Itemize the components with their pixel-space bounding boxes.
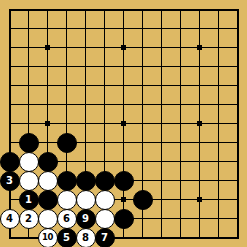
- grid-line-vertical: [218, 171, 219, 190]
- grid-line-vertical: [237, 76, 239, 95]
- intersection-c1r4[interactable]: [0, 57, 19, 76]
- grid-line-vertical: [237, 171, 239, 190]
- intersection-c13r6[interactable]: [228, 95, 247, 114]
- intersection-c6r3[interactable]: [95, 38, 114, 57]
- grid-line-vertical: [180, 19, 181, 38]
- move-number-label: 3: [6, 176, 13, 186]
- white-stone: [19, 152, 39, 172]
- intersection-c6r5[interactable]: [95, 76, 114, 95]
- intersection-c2r8[interactable]: [19, 133, 38, 152]
- white-stone: [95, 209, 115, 229]
- intersection-c10r7[interactable]: [171, 114, 190, 133]
- intersection-c8r13[interactable]: [133, 228, 152, 247]
- intersection-c8r8[interactable]: [133, 133, 152, 152]
- intersection-c5r1[interactable]: [76, 0, 95, 19]
- grid-line-vertical: [123, 152, 124, 171]
- intersection-c6r12[interactable]: [95, 209, 114, 228]
- star-point: [197, 121, 202, 126]
- grid-line-vertical: [85, 133, 86, 152]
- intersection-c1r12[interactable]: 4: [0, 209, 19, 228]
- intersection-c9r11[interactable]: [152, 190, 171, 209]
- grid-line-vertical: [180, 76, 181, 95]
- intersection-c5r13[interactable]: 8: [76, 228, 95, 247]
- grid-line-vertical: [199, 152, 200, 171]
- intersection-c1r7[interactable]: [0, 114, 19, 133]
- grid-line-vertical: [9, 9, 11, 19]
- intersection-c5r8[interactable]: [76, 133, 95, 152]
- intersection-c3r10[interactable]: [38, 171, 57, 190]
- intersection-c4r4[interactable]: [57, 57, 76, 76]
- intersection-c3r1[interactable]: [38, 0, 57, 19]
- grid-line-vertical: [218, 38, 219, 57]
- intersection-c13r9[interactable]: [228, 152, 247, 171]
- intersection-c10r9[interactable]: [171, 152, 190, 171]
- grid-line-vertical: [9, 190, 11, 209]
- grid-line-vertical: [47, 57, 48, 76]
- intersection-c3r7[interactable]: [38, 114, 57, 133]
- star-point: [197, 45, 202, 50]
- black-stone: [38, 152, 58, 172]
- black-stone: [76, 171, 96, 191]
- move-number-label: 1: [25, 195, 32, 205]
- grid-line-vertical: [218, 209, 219, 228]
- grid-line-vertical: [180, 171, 181, 190]
- intersection-c11r12[interactable]: [190, 209, 209, 228]
- grid-line-vertical: [180, 133, 181, 152]
- intersection-c4r12[interactable]: 6: [57, 209, 76, 228]
- grid-line-vertical: [180, 209, 181, 228]
- black-stone: 5: [57, 228, 77, 247]
- intersection-c4r6[interactable]: [57, 95, 76, 114]
- intersection-c4r5[interactable]: [57, 76, 76, 95]
- black-stone: [38, 190, 58, 210]
- intersection-c9r9[interactable]: [152, 152, 171, 171]
- grid-line-vertical: [218, 76, 219, 95]
- intersection-c8r3[interactable]: [133, 38, 152, 57]
- grid-line-vertical: [180, 38, 181, 57]
- intersection-c8r2[interactable]: [133, 19, 152, 38]
- intersection-c7r13[interactable]: [114, 228, 133, 247]
- grid-line-vertical: [66, 114, 67, 133]
- intersection-c11r4[interactable]: [190, 57, 209, 76]
- intersection-c5r12[interactable]: 9: [76, 209, 95, 228]
- grid-line-vertical: [218, 133, 219, 152]
- grid-line-vertical: [142, 57, 143, 76]
- black-stone: [114, 171, 134, 191]
- grid-line-vertical: [180, 152, 181, 171]
- intersection-c8r6[interactable]: [133, 95, 152, 114]
- intersection-c7r10[interactable]: [114, 171, 133, 190]
- grid-line-vertical: [123, 76, 124, 95]
- grid-line-vertical: [237, 9, 239, 19]
- white-stone: [19, 171, 39, 191]
- grid-line-vertical: [85, 38, 86, 57]
- grid-line-vertical: [161, 133, 162, 152]
- grid-line-vertical: [123, 95, 124, 114]
- white-stone: 4: [0, 209, 20, 229]
- intersection-c12r2[interactable]: [209, 19, 228, 38]
- intersection-c7r2[interactable]: [114, 19, 133, 38]
- intersection-c13r3[interactable]: [228, 38, 247, 57]
- intersection-c2r6[interactable]: [19, 95, 38, 114]
- grid-line-vertical: [28, 95, 29, 114]
- grid-line-vertical: [28, 114, 29, 133]
- intersection-c1r11[interactable]: [0, 190, 19, 209]
- intersection-c13r12[interactable]: [228, 209, 247, 228]
- intersection-c1r8[interactable]: [0, 133, 19, 152]
- intersection-c13r2[interactable]: [228, 19, 247, 38]
- grid-line-vertical: [142, 38, 143, 57]
- grid-line-vertical: [237, 228, 239, 239]
- grid-line-vertical: [104, 76, 105, 95]
- star-point: [121, 197, 126, 202]
- grid-line-vertical: [104, 57, 105, 76]
- grid-line-vertical: [161, 114, 162, 133]
- intersection-c13r8[interactable]: [228, 133, 247, 152]
- grid-line-vertical: [161, 57, 162, 76]
- intersection-c4r9[interactable]: [57, 152, 76, 171]
- grid-line-vertical: [218, 228, 219, 239]
- grid-line-vertical: [104, 38, 105, 57]
- intersection-c7r9[interactable]: [114, 152, 133, 171]
- intersection-c10r10[interactable]: [171, 171, 190, 190]
- intersection-c6r6[interactable]: [95, 95, 114, 114]
- grid-line-vertical: [9, 19, 11, 38]
- intersection-c11r8[interactable]: [190, 133, 209, 152]
- grid-line-vertical: [123, 57, 124, 76]
- grid-line-vertical: [47, 95, 48, 114]
- intersection-c2r1[interactable]: [19, 0, 38, 19]
- intersection-c6r9[interactable]: [95, 152, 114, 171]
- intersection-c6r8[interactable]: [95, 133, 114, 152]
- intersection-c10r12[interactable]: [171, 209, 190, 228]
- intersection-c11r11[interactable]: [190, 190, 209, 209]
- intersection-c5r5[interactable]: [76, 76, 95, 95]
- grid-line-vertical: [142, 76, 143, 95]
- move-number-label: 6: [63, 214, 70, 224]
- black-stone: [114, 209, 134, 229]
- grid-line-vertical: [199, 133, 200, 152]
- intersection-c9r5[interactable]: [152, 76, 171, 95]
- intersection-c1r2[interactable]: [0, 19, 19, 38]
- intersection-c3r11[interactable]: [38, 190, 57, 209]
- intersection-c4r2[interactable]: [57, 19, 76, 38]
- grid-line-vertical: [199, 19, 200, 38]
- intersection-c9r2[interactable]: [152, 19, 171, 38]
- grid-line-vertical: [9, 133, 11, 152]
- intersection-c5r9[interactable]: [76, 152, 95, 171]
- grid-line-vertical: [123, 9, 124, 19]
- intersection-c11r9[interactable]: [190, 152, 209, 171]
- intersection-c8r5[interactable]: [133, 76, 152, 95]
- intersection-c8r12[interactable]: [133, 209, 152, 228]
- intersection-c12r7[interactable]: [209, 114, 228, 133]
- intersection-c5r4[interactable]: [76, 57, 95, 76]
- grid-line-vertical: [9, 95, 11, 114]
- move-number-label: 9: [82, 214, 89, 224]
- star-point: [121, 121, 126, 126]
- intersection-c10r13[interactable]: [171, 228, 190, 247]
- intersection-c7r11[interactable]: [114, 190, 133, 209]
- grid-line-vertical: [142, 19, 143, 38]
- intersection-c10r6[interactable]: [171, 95, 190, 114]
- grid-line-vertical: [104, 19, 105, 38]
- intersection-c9r8[interactable]: [152, 133, 171, 152]
- intersection-c13r13[interactable]: [228, 228, 247, 247]
- grid-line-vertical: [47, 9, 48, 19]
- intersection-c12r13[interactable]: [209, 228, 228, 247]
- grid-line-vertical: [199, 209, 200, 228]
- intersection-c5r6[interactable]: [76, 95, 95, 114]
- grid-line-vertical: [66, 19, 67, 38]
- intersection-c12r10[interactable]: [209, 171, 228, 190]
- intersection-c11r3[interactable]: [190, 38, 209, 57]
- black-stone: 3: [0, 171, 20, 191]
- grid-line-vertical: [142, 133, 143, 152]
- grid-line-vertical: [28, 38, 29, 57]
- black-stone: [95, 171, 115, 191]
- grid-line-vertical: [218, 57, 219, 76]
- intersection-c9r3[interactable]: [152, 38, 171, 57]
- grid-line-vertical: [85, 95, 86, 114]
- intersection-c8r9[interactable]: [133, 152, 152, 171]
- move-number-label: 8: [82, 233, 89, 243]
- intersection-c10r11[interactable]: [171, 190, 190, 209]
- intersection-c7r5[interactable]: [114, 76, 133, 95]
- intersection-c9r10[interactable]: [152, 171, 171, 190]
- grid-line-vertical: [28, 76, 29, 95]
- intersection-c10r8[interactable]: [171, 133, 190, 152]
- grid-line-vertical: [180, 57, 181, 76]
- intersection-c12r8[interactable]: [209, 133, 228, 152]
- intersection-c2r11[interactable]: 1: [19, 190, 38, 209]
- grid-line-vertical: [85, 57, 86, 76]
- intersection-c3r6[interactable]: [38, 95, 57, 114]
- intersection-c4r11[interactable]: [57, 190, 76, 209]
- intersection-c11r10[interactable]: [190, 171, 209, 190]
- grid-line-vertical: [180, 114, 181, 133]
- intersection-c12r1[interactable]: [209, 0, 228, 19]
- intersection-c12r12[interactable]: [209, 209, 228, 228]
- grid-line-vertical: [180, 190, 181, 209]
- intersection-c2r4[interactable]: [19, 57, 38, 76]
- intersection-c7r1[interactable]: [114, 0, 133, 19]
- intersection-c2r2[interactable]: [19, 19, 38, 38]
- intersection-c2r10[interactable]: [19, 171, 38, 190]
- grid-line-vertical: [237, 19, 239, 38]
- intersection-c7r4[interactable]: [114, 57, 133, 76]
- intersection-c9r1[interactable]: [152, 0, 171, 19]
- grid-line-vertical: [142, 228, 143, 239]
- intersection-c11r1[interactable]: [190, 0, 209, 19]
- intersection-c11r13[interactable]: [190, 228, 209, 247]
- white-stone: [38, 171, 58, 191]
- intersection-c8r4[interactable]: [133, 57, 152, 76]
- intersection-c7r7[interactable]: [114, 114, 133, 133]
- grid-line-vertical: [161, 9, 162, 19]
- grid-line-vertical: [85, 152, 86, 171]
- intersection-c11r5[interactable]: [190, 76, 209, 95]
- intersection-c2r7[interactable]: [19, 114, 38, 133]
- intersection-c12r11[interactable]: [209, 190, 228, 209]
- intersection-c2r5[interactable]: [19, 76, 38, 95]
- intersection-c1r9[interactable]: [0, 152, 19, 171]
- intersection-c12r9[interactable]: [209, 152, 228, 171]
- white-stone: [38, 209, 58, 229]
- grid-line-vertical: [9, 228, 11, 239]
- intersection-c5r3[interactable]: [76, 38, 95, 57]
- intersection-c13r4[interactable]: [228, 57, 247, 76]
- grid-line-vertical: [161, 76, 162, 95]
- intersection-c6r7[interactable]: [95, 114, 114, 133]
- grid-line-vertical: [66, 38, 67, 57]
- grid-line-vertical: [180, 228, 181, 239]
- intersection-c8r1[interactable]: [133, 0, 152, 19]
- grid-line-vertical: [161, 95, 162, 114]
- intersection-c1r5[interactable]: [0, 76, 19, 95]
- intersection-c11r7[interactable]: [190, 114, 209, 133]
- intersection-c4r1[interactable]: [57, 0, 76, 19]
- intersection-c12r3[interactable]: [209, 38, 228, 57]
- grid-line-vertical: [142, 209, 143, 228]
- grid-line-vertical: [161, 190, 162, 209]
- intersection-c13r10[interactable]: [228, 171, 247, 190]
- grid-line-vertical: [85, 9, 86, 19]
- grid-line-vertical: [199, 76, 200, 95]
- intersection-c6r13[interactable]: 7: [95, 228, 114, 247]
- intersection-c11r6[interactable]: [190, 95, 209, 114]
- intersection-c3r5[interactable]: [38, 76, 57, 95]
- intersection-c1r1[interactable]: [0, 0, 19, 19]
- intersection-c4r10[interactable]: [57, 171, 76, 190]
- intersection-c4r8[interactable]: [57, 133, 76, 152]
- intersection-c9r4[interactable]: [152, 57, 171, 76]
- intersection-c9r7[interactable]: [152, 114, 171, 133]
- grid-line-vertical: [161, 209, 162, 228]
- go-board-diagram: 31426910587: [0, 0, 247, 247]
- intersection-c10r4[interactable]: [171, 57, 190, 76]
- intersection-c7r8[interactable]: [114, 133, 133, 152]
- grid-line-vertical: [66, 152, 67, 171]
- intersection-c3r3[interactable]: [38, 38, 57, 57]
- intersection-c10r2[interactable]: [171, 19, 190, 38]
- intersection-c1r10[interactable]: 3: [0, 171, 19, 190]
- grid-line-vertical: [66, 76, 67, 95]
- intersection-c6r11[interactable]: [95, 190, 114, 209]
- grid-line-vertical: [218, 190, 219, 209]
- grid-line-vertical: [218, 95, 219, 114]
- black-stone: [19, 133, 39, 153]
- white-stone: [76, 190, 96, 210]
- intersection-c7r12[interactable]: [114, 209, 133, 228]
- intersection-c4r3[interactable]: [57, 38, 76, 57]
- intersection-c3r4[interactable]: [38, 57, 57, 76]
- intersection-c9r13[interactable]: [152, 228, 171, 247]
- intersection-c3r2[interactable]: [38, 19, 57, 38]
- white-stone: 6: [57, 209, 77, 229]
- intersection-c7r3[interactable]: [114, 38, 133, 57]
- intersection-c12r6[interactable]: [209, 95, 228, 114]
- black-stone: 9: [76, 209, 96, 229]
- intersection-c3r13[interactable]: 10: [38, 228, 57, 247]
- intersection-c5r2[interactable]: [76, 19, 95, 38]
- white-stone: 2: [19, 209, 39, 229]
- intersection-c4r7[interactable]: [57, 114, 76, 133]
- intersection-c2r3[interactable]: [19, 38, 38, 57]
- intersection-c6r10[interactable]: [95, 171, 114, 190]
- intersection-c13r1[interactable]: [228, 0, 247, 19]
- grid-line-vertical: [142, 9, 143, 19]
- intersection-c3r9[interactable]: [38, 152, 57, 171]
- grid-line-vertical: [85, 76, 86, 95]
- star-point: [45, 121, 50, 126]
- intersection-c2r12[interactable]: 2: [19, 209, 38, 228]
- intersection-c13r5[interactable]: [228, 76, 247, 95]
- intersection-c9r6[interactable]: [152, 95, 171, 114]
- intersection-c8r11[interactable]: [133, 190, 152, 209]
- white-stone: [95, 190, 115, 210]
- intersection-c10r5[interactable]: [171, 76, 190, 95]
- intersection-c11r2[interactable]: [190, 19, 209, 38]
- intersection-c13r11[interactable]: [228, 190, 247, 209]
- intersection-c2r9[interactable]: [19, 152, 38, 171]
- grid-line-vertical: [9, 114, 11, 133]
- grid-line-vertical: [123, 228, 124, 239]
- intersection-c4r13[interactable]: 5: [57, 228, 76, 247]
- intersection-c5r7[interactable]: [76, 114, 95, 133]
- intersection-c12r5[interactable]: [209, 76, 228, 95]
- intersection-c10r3[interactable]: [171, 38, 190, 57]
- grid-line-vertical: [237, 38, 239, 57]
- black-stone: [133, 190, 153, 210]
- intersection-c6r1[interactable]: [95, 0, 114, 19]
- intersection-c5r11[interactable]: [76, 190, 95, 209]
- grid-line-vertical: [199, 95, 200, 114]
- black-stone: 7: [95, 228, 115, 247]
- intersection-c10r1[interactable]: [171, 0, 190, 19]
- intersection-c13r7[interactable]: [228, 114, 247, 133]
- white-stone: 10: [38, 228, 58, 247]
- intersection-c1r3[interactable]: [0, 38, 19, 57]
- intersection-c3r8[interactable]: [38, 133, 57, 152]
- move-number-label: 7: [101, 233, 108, 243]
- grid-line-vertical: [199, 228, 200, 239]
- grid-line-vertical: [142, 95, 143, 114]
- grid-line-vertical: [28, 19, 29, 38]
- star-point: [121, 45, 126, 50]
- move-number-label: 4: [6, 214, 13, 224]
- grid-line-vertical: [161, 38, 162, 57]
- grid-line-vertical: [142, 171, 143, 190]
- intersection-c2r13[interactable]: [19, 228, 38, 247]
- grid-line-vertical: [85, 19, 86, 38]
- intersection-c6r4[interactable]: [95, 57, 114, 76]
- intersection-c12r4[interactable]: [209, 57, 228, 76]
- grid-line-vertical: [85, 114, 86, 133]
- intersection-c8r7[interactable]: [133, 114, 152, 133]
- intersection-c8r10[interactable]: [133, 171, 152, 190]
- intersection-c6r2[interactable]: [95, 19, 114, 38]
- intersection-c9r12[interactable]: [152, 209, 171, 228]
- intersection-c3r12[interactable]: [38, 209, 57, 228]
- intersection-c5r10[interactable]: [76, 171, 95, 190]
- intersection-c7r6[interactable]: [114, 95, 133, 114]
- intersection-c1r6[interactable]: [0, 95, 19, 114]
- star-point: [45, 45, 50, 50]
- grid-line-vertical: [199, 9, 200, 19]
- grid-line-vertical: [47, 76, 48, 95]
- intersection-c1r13[interactable]: [0, 228, 19, 247]
